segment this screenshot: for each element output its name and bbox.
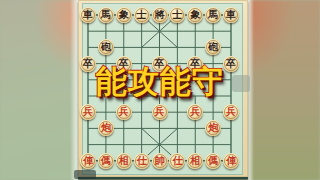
piece-red-advisor[interactable]: 仕 — [134, 153, 150, 169]
piece-red-soldier[interactable]: 兵 — [116, 104, 132, 120]
piece-red-elephant[interactable]: 相 — [187, 153, 203, 169]
piece-glyph: 車 — [80, 7, 96, 23]
piece-glyph: 馬 — [98, 7, 114, 23]
piece-glyph: 帥 — [152, 153, 168, 169]
piece-red-chariot[interactable]: 俥 — [80, 153, 96, 169]
piece-black-cannon[interactable]: 砲 — [98, 39, 114, 55]
piece-glyph: 象 — [116, 7, 132, 23]
piece-red-elephant[interactable]: 相 — [116, 153, 132, 169]
piece-glyph: 傌 — [98, 153, 114, 169]
piece-red-cannon[interactable]: 炮 — [98, 120, 114, 136]
piece-glyph: 炮 — [205, 120, 221, 136]
piece-red-soldier[interactable]: 兵 — [223, 104, 239, 120]
piece-glyph: 仕 — [134, 153, 150, 169]
piece-glyph: 兵 — [187, 104, 203, 120]
piece-glyph: 傌 — [205, 153, 221, 169]
piece-glyph: 馬 — [205, 7, 221, 23]
piece-glyph: 士 — [169, 7, 185, 23]
piece-glyph: 兵 — [223, 104, 239, 120]
piece-black-advisor[interactable]: 士 — [134, 7, 150, 23]
piece-glyph: 俥 — [80, 153, 96, 169]
piece-red-general[interactable]: 帥 — [152, 153, 168, 169]
piece-glyph: 砲 — [98, 39, 114, 55]
piece-black-chariot[interactable]: 車 — [223, 7, 239, 23]
piece-glyph: 俥 — [223, 153, 239, 169]
piece-red-chariot[interactable]: 俥 — [223, 153, 239, 169]
piece-red-soldier[interactable]: 兵 — [152, 104, 168, 120]
piece-glyph: 兵 — [80, 104, 96, 120]
piece-black-horse[interactable]: 馬 — [205, 7, 221, 23]
piece-black-horse[interactable]: 馬 — [98, 7, 114, 23]
piece-glyph: 砲 — [205, 39, 221, 55]
piece-glyph: 炮 — [98, 120, 114, 136]
piece-glyph: 相 — [116, 153, 132, 169]
piece-red-soldier[interactable]: 兵 — [187, 104, 203, 120]
piece-glyph: 兵 — [152, 104, 168, 120]
piece-glyph: 象 — [187, 7, 203, 23]
piece-red-soldier[interactable]: 兵 — [80, 104, 96, 120]
piece-black-chariot[interactable]: 車 — [80, 7, 96, 23]
screen: 車馬象士將士象馬車砲砲卒卒卒卒卒兵兵兵兵兵炮炮俥傌相仕帥仕相傌俥 能攻能守 — [0, 0, 320, 180]
piece-black-elephant[interactable]: 象 — [187, 7, 203, 23]
piece-glyph: 士 — [134, 7, 150, 23]
caption-overlay: 能攻能守 — [0, 62, 320, 100]
piece-glyph: 將 — [152, 7, 168, 23]
piece-red-horse[interactable]: 傌 — [205, 153, 221, 169]
piece-red-advisor[interactable]: 仕 — [169, 153, 185, 169]
piece-glyph: 車 — [223, 7, 239, 23]
piece-glyph: 相 — [187, 153, 203, 169]
piece-black-elephant[interactable]: 象 — [116, 7, 132, 23]
piece-black-general[interactable]: 將 — [152, 7, 168, 23]
piece-red-cannon[interactable]: 炮 — [205, 120, 221, 136]
piece-red-horse[interactable]: 傌 — [98, 153, 114, 169]
watermark — [74, 170, 96, 179]
piece-glyph: 仕 — [169, 153, 185, 169]
piece-black-advisor[interactable]: 士 — [169, 7, 185, 23]
piece-black-cannon[interactable]: 砲 — [205, 39, 221, 55]
piece-glyph: 兵 — [116, 104, 132, 120]
